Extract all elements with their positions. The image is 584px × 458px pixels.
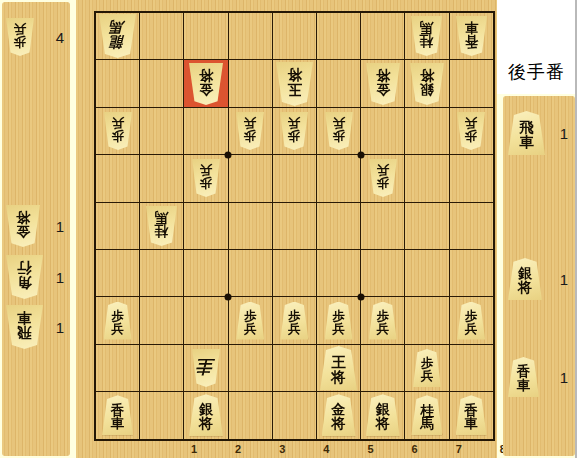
piece-char: 香 [464,404,478,418]
piece-gold-3八[interactable]: 金将 [189,63,223,105]
piece-char: 兵 [200,164,213,177]
square-4四[interactable] [229,250,272,296]
piece-char: 龍 [110,34,125,49]
piece-char: 兵 [14,22,27,35]
square-1六[interactable] [96,155,139,201]
square-9七[interactable]: 歩兵 [450,108,493,154]
square-6七[interactable]: 歩兵 [317,108,360,154]
piece-char: 兵 [421,370,434,383]
piece-silver-7一[interactable]: 銀将 [366,394,400,436]
piece-char: 歩 [376,310,389,323]
square-5八[interactable]: 玉将 [273,60,316,106]
piece-char: 将 [199,67,213,81]
square-9一[interactable]: 香車 [450,392,493,438]
piece-char: 車 [464,20,478,34]
piece-char: 金 [199,82,213,96]
piece-pawn-5三[interactable]: 歩兵 [280,302,308,340]
piece-pawn-hand[interactable]: 歩兵 [6,18,34,56]
piece-char: 兵 [244,323,257,336]
square-5三[interactable]: 歩兵 [273,297,316,343]
piece-silver-hand[interactable]: 銀将 [508,258,542,300]
sente-hand-tray-bishop-count: 1 [52,269,68,286]
piece-char: 兵 [332,116,345,129]
piece-char: 金 [16,224,30,238]
sente-hand-tray-pawn[interactable]: 歩兵4 [6,14,68,60]
sente-hand-tray: 歩兵4金将1角行1飛車1 [2,2,70,456]
gote-hand-tray-lance-count: 1 [556,369,572,386]
square-7六[interactable]: 歩兵 [361,155,404,201]
piece-char: 兵 [111,323,124,336]
piece-char: 将 [199,417,213,431]
piece-char: 歩 [332,129,345,142]
piece-silver-3一[interactable]: 銀将 [189,394,223,436]
piece-char: 兵 [288,116,301,129]
square-1九[interactable]: 龍馬 [96,13,139,59]
square-8七[interactable] [405,108,448,154]
square-3三[interactable] [184,297,227,343]
piece-gold-hand[interactable]: 金将 [6,205,40,247]
square-1一[interactable]: 香車 [96,392,139,438]
piece-char: 将 [332,417,346,431]
piece-char: 歩 [14,35,27,48]
piece-pawn-1三[interactable]: 歩兵 [104,302,132,340]
square-3七[interactable] [184,108,227,154]
square-4三[interactable]: 歩兵 [229,297,272,343]
piece-promoted-bishop-1九[interactable]: 龍馬 [99,14,136,58]
piece-char: 馬 [420,20,434,34]
piece-char: 圭 [197,357,214,374]
piece-gold-6一[interactable]: 金将 [322,394,356,436]
square-4八[interactable] [229,60,272,106]
piece-char: 歩 [288,310,301,323]
piece-pawn-7六[interactable]: 歩兵 [369,159,397,197]
sente-hand-tray-rook[interactable]: 飛車1 [6,304,68,350]
piece-char: 将 [376,67,390,81]
piece-char: 将 [331,370,346,385]
square-9六[interactable] [450,155,493,201]
square-9四[interactable] [450,250,493,296]
square-7五[interactable] [361,203,404,249]
star-point [225,294,232,301]
piece-pawn-8二[interactable]: 歩兵 [413,349,441,387]
piece-pawn-3六[interactable]: 歩兵 [192,159,220,197]
piece-pawn-4三[interactable]: 歩兵 [236,302,264,340]
piece-char: 兵 [376,323,389,336]
square-6三[interactable]: 歩兵 [317,297,360,343]
piece-pawn-5七[interactable]: 歩兵 [280,112,308,150]
sente-hand-tray-pawn-count: 4 [52,29,68,46]
piece-king-5八[interactable]: 玉将 [276,62,313,106]
piece-char: 兵 [244,116,257,129]
piece-char: 歩 [111,129,124,142]
square-6八[interactable] [317,60,360,106]
piece-char: 将 [518,281,532,295]
square-5九[interactable] [273,13,316,59]
piece-pawn-1七[interactable]: 歩兵 [104,112,132,150]
square-7二[interactable] [361,345,404,391]
square-5五[interactable] [273,203,316,249]
piece-char: 馬 [110,19,125,34]
square-8八[interactable]: 銀将 [405,60,448,106]
square-5二[interactable] [273,345,316,391]
square-7四[interactable] [361,250,404,296]
square-2五[interactable]: 桂馬 [140,203,183,249]
piece-char: 車 [517,379,531,393]
square-3六[interactable]: 歩兵 [184,155,227,201]
square-9二[interactable] [450,345,493,391]
piece-pawn-4七[interactable]: 歩兵 [236,112,264,150]
square-6九[interactable] [317,13,360,59]
piece-lance-hand[interactable]: 香車 [508,357,539,397]
file-label-1: 1 [172,442,216,456]
piece-char: 歩 [465,310,478,323]
piece-char: 歩 [288,129,301,142]
square-4一[interactable] [229,392,272,438]
square-6四[interactable] [317,250,360,296]
piece-gold-7八[interactable]: 金将 [366,63,400,105]
piece-char: 歩 [200,176,213,189]
star-point [358,152,365,159]
square-4二[interactable] [229,345,272,391]
piece-lance-9一[interactable]: 香車 [456,395,487,435]
piece-rook-hand[interactable]: 飛車 [6,305,43,349]
square-2一[interactable] [140,392,183,438]
gote-hand-tray-rook-count: 1 [556,125,572,142]
square-6一[interactable]: 金将 [317,392,360,438]
piece-char: 将 [376,417,390,431]
square-7三[interactable]: 歩兵 [361,297,404,343]
square-2四[interactable] [140,250,183,296]
square-7一[interactable]: 銀将 [361,392,404,438]
piece-char: 行 [17,260,32,275]
square-1二[interactable] [96,345,139,391]
piece-pawn-6七[interactable]: 歩兵 [325,112,353,150]
gote-hand-tray: 飛車1銀将1香車1 [503,96,575,456]
piece-bishop-hand[interactable]: 角行 [6,255,43,299]
file-label-5: 5 [348,442,392,456]
piece-char: 車 [111,417,125,431]
piece-char: 銀 [376,403,390,417]
piece-pawn-9三[interactable]: 歩兵 [457,302,485,340]
piece-char: 飛 [519,120,534,135]
piece-char: 香 [464,34,478,48]
piece-char: 香 [517,365,531,379]
square-2六[interactable] [140,155,183,201]
piece-char: 桂 [420,34,434,48]
square-6六[interactable] [317,155,360,201]
piece-char: 歩 [111,310,124,323]
piece-char: 兵 [332,323,345,336]
square-2八[interactable] [140,60,183,106]
square-4五[interactable] [229,203,272,249]
piece-char: 歩 [421,357,434,370]
square-3一[interactable]: 銀将 [184,392,227,438]
piece-char: 金 [332,403,346,417]
piece-pawn-7三[interactable]: 歩兵 [369,302,397,340]
square-2三[interactable] [140,297,183,343]
piece-char: 車 [464,417,478,431]
piece-char: 桂 [155,224,169,238]
square-9三[interactable]: 歩兵 [450,297,493,343]
piece-char: 車 [17,310,32,325]
square-3九[interactable] [184,13,227,59]
square-1七[interactable]: 歩兵 [96,108,139,154]
piece-promoted-knight-3二[interactable]: 圭 [192,349,220,387]
piece-char: 歩 [244,310,257,323]
piece-char: 車 [519,135,534,150]
square-7七[interactable] [361,108,404,154]
square-3八[interactable]: 金将 [184,60,227,106]
square-8四[interactable] [405,250,448,296]
piece-char: 飛 [17,325,32,340]
square-2九[interactable] [140,13,183,59]
piece-char: 銀 [420,82,434,96]
square-1五[interactable] [96,203,139,249]
piece-char: 玉 [287,82,302,97]
piece-char: 歩 [465,129,478,142]
gote-hand-tray-rook[interactable]: 飛車1 [508,110,572,156]
file-label-7: 7 [437,442,481,456]
square-7九[interactable] [361,13,404,59]
piece-knight-8九[interactable]: 桂馬 [411,16,442,56]
file-label-2: 2 [216,442,260,456]
piece-char: 将 [16,210,30,224]
piece-char: 銀 [199,403,213,417]
piece-char: 金 [376,82,390,96]
piece-char: 兵 [465,323,478,336]
piece-char: 王 [331,355,346,370]
star-point [358,294,365,301]
square-5四[interactable] [273,250,316,296]
square-1八[interactable] [96,60,139,106]
file-label-4: 4 [304,442,348,456]
square-8五[interactable] [405,203,448,249]
square-4七[interactable]: 歩兵 [229,108,272,154]
piece-char: 香 [111,404,125,418]
piece-char: 桂 [420,404,434,418]
piece-char: 兵 [465,116,478,129]
file-label-6: 6 [393,442,437,456]
gote-hand-tray-lance[interactable]: 香車1 [508,354,572,400]
piece-char: 馬 [155,210,169,224]
piece-knight-2五[interactable]: 桂馬 [146,206,177,246]
square-5七[interactable]: 歩兵 [273,108,316,154]
piece-king-6二[interactable]: 王将 [320,346,357,390]
piece-char: 歩 [376,176,389,189]
sente-hand-tray-gold-count: 1 [52,218,68,235]
piece-char: 兵 [111,116,124,129]
star-point [225,152,232,159]
piece-char: 歩 [244,129,257,142]
right-edge [577,0,584,458]
file-label-3: 3 [260,442,304,456]
square-3四[interactable] [184,250,227,296]
square-3五[interactable] [184,203,227,249]
piece-rook-hand[interactable]: 飛車 [508,111,545,155]
square-8九[interactable]: 桂馬 [405,13,448,59]
square-9八[interactable] [450,60,493,106]
square-1三[interactable]: 歩兵 [96,297,139,343]
square-4九[interactable] [229,13,272,59]
square-6五[interactable] [317,203,360,249]
shogi-board: 龍馬桂馬香車金将玉将金将銀将歩兵歩兵歩兵歩兵歩兵歩兵歩兵桂馬歩兵歩兵歩兵歩兵歩兵… [94,11,495,441]
square-4六[interactable] [229,155,272,201]
square-8二[interactable]: 歩兵 [405,345,448,391]
piece-lance-9九[interactable]: 香車 [456,16,487,56]
piece-char: 銀 [518,267,532,281]
piece-char: 将 [420,67,434,81]
gote-hand-tray-silver-count: 1 [556,271,572,288]
square-9九[interactable]: 香車 [450,13,493,59]
square-5一[interactable] [273,392,316,438]
piece-char: 角 [17,275,32,290]
sente-hand-tray-gold[interactable]: 金将1 [6,203,68,249]
square-3二[interactable]: 圭 [184,345,227,391]
square-8六[interactable] [405,155,448,201]
piece-knight-8一[interactable]: 桂馬 [411,395,442,435]
square-6二[interactable]: 王将 [317,345,360,391]
sente-hand-tray-rook-count: 1 [52,319,68,336]
square-8一[interactable]: 桂馬 [405,392,448,438]
piece-lance-1一[interactable]: 香車 [102,395,133,435]
shogi-app: { "game": "shogi", "right_panel": { "tur… [0,0,584,458]
square-8三[interactable] [405,297,448,343]
turn-indicator: 後手番 [497,60,576,84]
square-2七[interactable] [140,108,183,154]
square-2二[interactable] [140,345,183,391]
piece-char: 歩 [332,310,345,323]
piece-pawn-9七[interactable]: 歩兵 [457,112,485,150]
square-5六[interactable] [273,155,316,201]
piece-char: 兵 [288,323,301,336]
piece-char: 将 [287,67,302,82]
square-1四[interactable] [96,250,139,296]
piece-char: 兵 [376,164,389,177]
piece-char: 馬 [420,417,434,431]
square-7八[interactable]: 金将 [361,60,404,106]
square-9五[interactable] [450,203,493,249]
piece-pawn-6三[interactable]: 歩兵 [325,302,353,340]
sente-hand-tray-bishop[interactable]: 角行1 [6,254,68,300]
gote-hand-tray-silver[interactable]: 銀将1 [508,256,572,302]
piece-silver-8八[interactable]: 銀将 [410,63,444,105]
